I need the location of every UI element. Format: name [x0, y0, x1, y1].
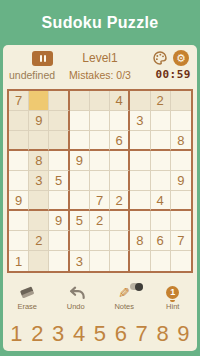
cell-r8c6[interactable] [110, 231, 130, 251]
cell-r6c6[interactable]: 2 [110, 191, 130, 211]
numpad-9[interactable]: 9 [177, 319, 189, 349]
cell-r2c9[interactable] [171, 111, 191, 131]
cell-r2c2[interactable]: 9 [29, 111, 49, 131]
cell-r3c9[interactable]: 8 [171, 131, 191, 151]
cell-r4c8[interactable] [151, 151, 171, 171]
cell-r5c5[interactable] [90, 171, 110, 191]
cell-r9c1[interactable]: 1 [9, 251, 29, 271]
numpad-5[interactable]: 5 [94, 319, 106, 349]
cell-r1c9[interactable] [171, 91, 191, 111]
toggle-knob [135, 283, 143, 291]
hint-button[interactable]: 1 Hint [153, 284, 193, 311]
cell-r3c2[interactable] [29, 131, 49, 151]
lightbulb-icon: 1 [166, 284, 179, 301]
notes-toggle[interactable] [130, 283, 143, 290]
game-panel: Level1 ⚙ undefined Mistakes: 0/3 00:59 7… [3, 45, 197, 351]
cell-r1c2[interactable] [29, 91, 49, 111]
cell-r7c1[interactable] [9, 211, 29, 231]
cell-r6c3[interactable] [49, 191, 69, 211]
numpad-7[interactable]: 7 [136, 319, 148, 349]
numpad-6[interactable]: 6 [115, 319, 127, 349]
cell-r7c6[interactable] [110, 211, 130, 231]
cell-r2c6[interactable] [110, 111, 130, 131]
palette-theme-button[interactable] [152, 50, 168, 66]
cell-r8c2[interactable]: 2 [29, 231, 49, 251]
cell-r1c8[interactable]: 2 [151, 91, 171, 111]
cell-r2c5[interactable] [90, 111, 110, 131]
notes-button[interactable]: ✎ Notes [104, 284, 144, 311]
cell-r5c6[interactable] [110, 171, 130, 191]
cell-r7c5[interactable]: 2 [90, 211, 110, 231]
cell-r7c8[interactable] [151, 211, 171, 231]
erase-button[interactable]: Erase [7, 284, 47, 311]
cell-r3c4[interactable] [70, 131, 90, 151]
cell-r5c3[interactable]: 5 [49, 171, 69, 191]
cell-r4c3[interactable] [49, 151, 69, 171]
status-bar-bottom: undefined Mistakes: 0/3 00:59 [3, 69, 197, 83]
cell-r9c9[interactable] [171, 251, 191, 271]
cell-r6c9[interactable] [171, 191, 191, 211]
notes-label: Notes [114, 302, 134, 311]
cell-r3c1[interactable] [9, 131, 29, 151]
hint-label: Hint [166, 302, 179, 311]
cell-r6c1[interactable]: 9 [9, 191, 29, 211]
erase-label: Erase [17, 302, 37, 311]
numpad-3[interactable]: 3 [52, 319, 64, 349]
gear-icon: ⚙ [176, 52, 186, 64]
cell-r5c1[interactable] [9, 171, 29, 191]
cell-r3c5[interactable] [90, 131, 110, 151]
cell-r5c7[interactable] [130, 171, 150, 191]
eraser-icon [18, 284, 36, 301]
cell-r3c7[interactable] [130, 131, 150, 151]
cell-r5c4[interactable] [70, 171, 90, 191]
cell-r5c9[interactable]: 9 [171, 171, 191, 191]
cell-r1c6[interactable]: 4 [110, 91, 130, 111]
hint-badge: 1 [166, 286, 179, 299]
numpad-2[interactable]: 2 [31, 319, 43, 349]
cell-r4c4[interactable]: 9 [70, 151, 90, 171]
cell-r7c3[interactable]: 9 [49, 211, 69, 231]
cell-r4c5[interactable] [90, 151, 110, 171]
cell-r1c1[interactable]: 7 [9, 91, 29, 111]
cell-r2c3[interactable] [49, 111, 69, 131]
cell-r4c6[interactable] [110, 151, 130, 171]
cell-r7c2[interactable] [29, 211, 49, 231]
cell-r8c8[interactable]: 6 [151, 231, 171, 251]
cell-r4c2[interactable]: 8 [29, 151, 49, 171]
undo-button[interactable]: Undo [56, 284, 96, 311]
timer: 00:59 [155, 68, 191, 81]
cell-r4c1[interactable] [9, 151, 29, 171]
cell-r6c5[interactable]: 7 [90, 191, 110, 211]
cell-r2c4[interactable] [70, 111, 90, 131]
cell-r1c3[interactable] [49, 91, 69, 111]
numpad-4[interactable]: 4 [73, 319, 85, 349]
settings-button[interactable]: ⚙ [173, 50, 189, 66]
cell-r6c8[interactable]: 4 [151, 191, 171, 211]
cell-r5c2[interactable]: 3 [29, 171, 49, 191]
cell-r4c7[interactable] [130, 151, 150, 171]
cell-r9c5[interactable] [90, 251, 110, 271]
cell-r1c5[interactable] [90, 91, 110, 111]
cell-r3c8[interactable] [151, 131, 171, 151]
toolbar: Erase Undo ✎ Notes 1 Hint [3, 284, 197, 316]
cell-r1c7[interactable] [130, 91, 150, 111]
cell-r8c3[interactable] [49, 231, 69, 251]
cell-r2c8[interactable] [151, 111, 171, 131]
pencil-icon: ✎ [118, 284, 130, 301]
cell-r6c2[interactable] [29, 191, 49, 211]
page-title: Sudoku Puzzle [0, 0, 200, 45]
cell-r9c6[interactable] [110, 251, 130, 271]
palette-icon [152, 50, 168, 66]
cell-r8c7[interactable]: 8 [130, 231, 150, 251]
cell-r2c7[interactable]: 3 [130, 111, 150, 131]
cell-r6c4[interactable] [70, 191, 90, 211]
numpad-1[interactable]: 1 [10, 319, 22, 349]
cell-r9c2[interactable] [29, 251, 49, 271]
status-bar-top: Level1 ⚙ [3, 50, 197, 67]
undo-label: Undo [67, 302, 85, 311]
cell-r9c3[interactable] [49, 251, 69, 271]
cell-r4c9[interactable] [171, 151, 191, 171]
cell-r8c1[interactable] [9, 231, 29, 251]
cell-r7c7[interactable] [130, 211, 150, 231]
cell-r6c7[interactable] [130, 191, 150, 211]
cell-r3c3[interactable] [49, 131, 69, 151]
cell-r9c8[interactable] [151, 251, 171, 271]
sudoku-board: 7429368893599724952286713 [7, 89, 193, 273]
undo-arrow-icon [67, 284, 85, 301]
cell-r9c7[interactable] [130, 251, 150, 271]
cell-r8c5[interactable] [90, 231, 110, 251]
cell-r9c4[interactable]: 3 [70, 251, 90, 271]
cell-r7c9[interactable] [171, 211, 191, 231]
cell-r2c1[interactable] [9, 111, 29, 131]
cell-r8c9[interactable]: 7 [171, 231, 191, 251]
cell-r5c8[interactable] [151, 171, 171, 191]
numpad-8[interactable]: 8 [156, 319, 168, 349]
cell-r3c6[interactable]: 6 [110, 131, 130, 151]
number-pad: 123456789 [3, 319, 197, 349]
cell-r7c4[interactable]: 5 [70, 211, 90, 231]
cell-r8c4[interactable] [70, 231, 90, 251]
cell-r1c4[interactable] [70, 91, 90, 111]
